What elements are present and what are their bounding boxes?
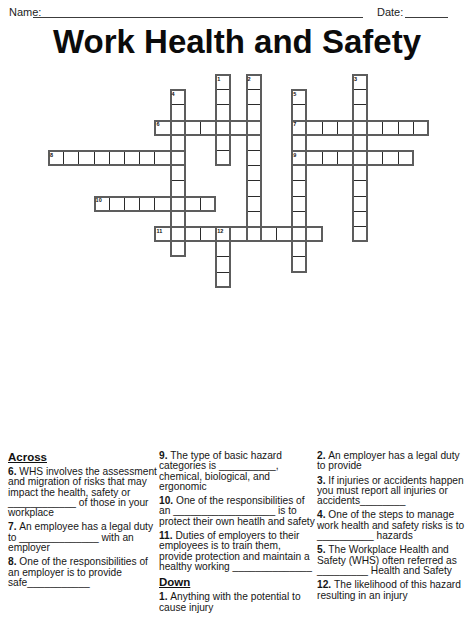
grid-cell[interactable] [215, 104, 231, 120]
clue-text: An employee has a legal duty to ________… [8, 521, 153, 553]
grid-cell[interactable] [322, 150, 338, 166]
grid-cell[interactable] [170, 196, 186, 212]
grid-cell[interactable] [154, 196, 170, 212]
grid-cell[interactable] [352, 211, 368, 227]
grid-cell[interactable] [215, 226, 231, 242]
grid-cell[interactable] [109, 196, 125, 212]
grid-cell[interactable] [48, 150, 64, 166]
clue-7-across: 7. An employee has a legal duty to _____… [8, 522, 158, 553]
grid-cell[interactable] [78, 150, 94, 166]
grid-cell[interactable] [367, 120, 383, 136]
grid-cell[interactable] [246, 211, 262, 227]
grid-cell[interactable] [154, 150, 170, 166]
grid-cell[interactable] [170, 241, 186, 257]
grid-cell[interactable] [170, 165, 186, 181]
grid-cell[interactable] [94, 196, 110, 212]
grid-cell[interactable] [291, 120, 307, 136]
grid-cell[interactable] [291, 226, 307, 242]
grid-cell[interactable] [215, 135, 231, 151]
grid-cell[interactable] [352, 89, 368, 105]
grid-cell[interactable] [382, 150, 398, 166]
grid-cell[interactable] [215, 272, 231, 288]
grid-cell[interactable] [291, 104, 307, 120]
grid-cell[interactable] [352, 120, 368, 136]
clue-10-across: 10. One of the responsibilities of an __… [159, 496, 315, 527]
grid-cell[interactable] [367, 150, 383, 166]
grid-cell[interactable] [63, 150, 79, 166]
grid-cell[interactable] [398, 120, 414, 136]
clue-column: 2. An employer has a legal duty to provi… [317, 451, 471, 605]
grid-cell[interactable] [291, 89, 307, 105]
grid-cell[interactable] [398, 150, 414, 166]
date-line[interactable] [405, 17, 448, 18]
grid-cell[interactable] [352, 226, 368, 242]
grid-cell[interactable] [352, 104, 368, 120]
grid-cell[interactable] [246, 74, 262, 90]
clue-2-down: 2. An employer has a legal duty to provi… [317, 451, 471, 472]
grid-cell[interactable] [185, 196, 201, 212]
grid-cell[interactable] [246, 135, 262, 151]
clue-6-across: 6. WHS involves the assessment and migra… [8, 467, 158, 518]
clue-column: 9. The type of basic hazard categories i… [159, 451, 315, 617]
grid-cell[interactable] [200, 120, 216, 136]
clue-9-across: 9. The type of basic hazard categories i… [159, 451, 315, 492]
grid-cell[interactable] [170, 135, 186, 151]
page-title: Work Health and Safety [0, 23, 474, 61]
grid-cell[interactable] [291, 211, 307, 227]
grid-cell[interactable] [352, 135, 368, 151]
grid-cell[interactable] [352, 150, 368, 166]
grid-cell[interactable] [291, 256, 307, 272]
grid-cell[interactable] [139, 196, 155, 212]
clue-text: An employer has a legal duty to provide [317, 450, 460, 471]
grid-cell[interactable] [246, 120, 262, 136]
clue-11-across: 11. Duties of employers to their employe… [159, 531, 315, 572]
grid-cell[interactable] [200, 196, 216, 212]
grid-cell[interactable] [109, 150, 125, 166]
clue-text: The likelihood of this hazard resulting … [317, 579, 461, 600]
grid-cell[interactable] [200, 226, 216, 242]
grid-cell[interactable] [170, 211, 186, 227]
clue-text: Duties of employers to their employees i… [159, 530, 312, 572]
grid-cell[interactable] [170, 226, 186, 242]
grid-cell[interactable] [139, 150, 155, 166]
clue-5-down: 5. The Workplace Health and Safety (WHS)… [317, 545, 471, 576]
clue-text: WHS involves the assessment and migratio… [8, 466, 157, 518]
grid-cell[interactable] [215, 256, 231, 272]
grid-cell[interactable] [352, 165, 368, 181]
grid-cell[interactable] [170, 104, 186, 120]
clue-8-across: 8. One of the responsibilities of an emp… [8, 557, 158, 588]
clue-12-down: 12. The likelihood of this hazard result… [317, 580, 471, 601]
grid-cell[interactable] [306, 120, 322, 136]
clue-column: Across6. WHS involves the assessment and… [8, 451, 158, 592]
grid-cell[interactable] [291, 196, 307, 212]
grid-cell[interactable] [306, 150, 322, 166]
grid-cell[interactable] [246, 150, 262, 166]
grid-cell[interactable] [382, 120, 398, 136]
clue-text: The type of basic hazard categories is _… [159, 450, 282, 492]
grid-cell[interactable] [261, 226, 277, 242]
name-line[interactable] [33, 17, 363, 18]
grid-cell[interactable] [413, 120, 429, 136]
grid-cell[interactable] [170, 89, 186, 105]
date-label: Date: [377, 6, 403, 18]
grid-cell[interactable] [246, 196, 262, 212]
grid-cell[interactable] [170, 180, 186, 196]
grid-cell[interactable] [291, 180, 307, 196]
grid-cell[interactable] [276, 226, 292, 242]
grid-cell[interactable] [185, 226, 201, 242]
grid-cell[interactable] [352, 196, 368, 212]
grid-cell[interactable] [246, 104, 262, 120]
crossword-grid: 123456789101112 [48, 74, 430, 288]
grid-cell[interactable] [322, 120, 338, 136]
clue-text: Anything with the potential to cause inj… [159, 591, 301, 612]
grid-cell[interactable] [124, 150, 140, 166]
grid-cell[interactable] [170, 120, 186, 136]
grid-cell[interactable] [246, 89, 262, 105]
grid-cell[interactable] [215, 241, 231, 257]
grid-cell[interactable] [291, 241, 307, 257]
grid-cell[interactable] [94, 150, 110, 166]
grid-cell[interactable] [215, 89, 231, 105]
clue-4-down: 4. One of the steps to manage work healt… [317, 510, 471, 541]
clue-text: One of the responsibilities of an ______… [159, 495, 315, 527]
grid-cell[interactable] [154, 226, 170, 242]
grid-cell[interactable] [337, 120, 353, 136]
grid-cell[interactable] [170, 150, 186, 166]
grid-cell[interactable] [246, 180, 262, 196]
grid-cell[interactable] [230, 120, 246, 136]
down-heading: Down [159, 576, 315, 588]
grid-cell[interactable] [246, 165, 262, 181]
clue-text: One of the responsibilities of an employ… [8, 556, 148, 588]
grid-cell[interactable] [154, 120, 170, 136]
clue-text: One of the steps to manage work health a… [317, 509, 464, 541]
grid-cell[interactable] [185, 120, 201, 136]
grid-cell[interactable] [337, 150, 353, 166]
grid-cell[interactable] [291, 150, 307, 166]
grid-cell[interactable] [352, 74, 368, 90]
grid-cell[interactable] [124, 196, 140, 212]
clue-text: The Workplace Health and Safety (WHS) of… [317, 544, 457, 576]
clue-3-down: 3. If injuries or accidents happen you m… [317, 476, 471, 507]
grid-cell[interactable] [215, 74, 231, 90]
grid-cell[interactable] [215, 120, 231, 136]
grid-cell[interactable] [230, 226, 246, 242]
clue-text: If injuries or accidents happen you must… [317, 475, 464, 507]
grid-cell[interactable] [246, 226, 262, 242]
grid-cell[interactable] [291, 135, 307, 151]
grid-cell[interactable] [306, 226, 322, 242]
across-heading: Across [8, 451, 158, 463]
clue-1-down: 1. Anything with the potential to cause … [159, 592, 315, 613]
grid-cell[interactable] [215, 150, 231, 166]
grid-cell[interactable] [291, 165, 307, 181]
grid-cell[interactable] [352, 180, 368, 196]
